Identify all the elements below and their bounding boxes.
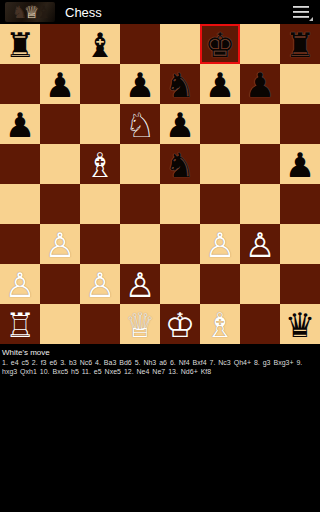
square-g8[interactable] — [240, 24, 280, 64]
square-c2[interactable]: ♙ — [80, 264, 120, 304]
piece-black-rook: ♜ — [280, 24, 320, 64]
square-b4[interactable] — [40, 184, 80, 224]
square-h1[interactable]: ♛ — [280, 304, 320, 344]
square-d7[interactable]: ♟ — [120, 64, 160, 104]
piece-white-king: ♔ — [160, 304, 200, 344]
status-area: White's move 1. e4 c5 2. f3 e6 3. b3 Nc6… — [0, 344, 320, 376]
square-h6[interactable] — [280, 104, 320, 144]
chess-board: ♜♝♚♜♟♟♞♟♟♟♘♟♗♞♟♙♙♙♙♙♙♖♕♔♗♛ — [0, 24, 320, 344]
square-a4[interactable] — [0, 184, 40, 224]
square-d2[interactable]: ♙ — [120, 264, 160, 304]
knight-icon: ♞ — [12, 2, 24, 22]
piece-black-pawn: ♟ — [240, 64, 280, 104]
square-g4[interactable] — [240, 184, 280, 224]
piece-white-pawn: ♙ — [40, 224, 80, 264]
square-a1[interactable]: ♖ — [0, 304, 40, 344]
square-e8[interactable] — [160, 24, 200, 64]
piece-black-pawn: ♟ — [160, 104, 200, 144]
square-b3[interactable]: ♙ — [40, 224, 80, 264]
menu-icon[interactable] — [291, 3, 313, 21]
piece-black-knight: ♞ — [160, 144, 200, 184]
square-f6[interactable] — [200, 104, 240, 144]
square-h7[interactable] — [280, 64, 320, 104]
square-c4[interactable] — [80, 184, 120, 224]
square-d6[interactable]: ♘ — [120, 104, 160, 144]
square-a6[interactable]: ♟ — [0, 104, 40, 144]
square-e5[interactable]: ♞ — [160, 144, 200, 184]
square-c8[interactable]: ♝ — [80, 24, 120, 64]
piece-white-bishop: ♗ — [80, 144, 120, 184]
square-a2[interactable]: ♙ — [0, 264, 40, 304]
square-f5[interactable] — [200, 144, 240, 184]
square-b1[interactable] — [40, 304, 80, 344]
move-list: 1. e4 c5 2. f3 e6 3. b3 Nc6 4. Ba3 Bd6 5… — [2, 358, 318, 376]
square-c1[interactable] — [80, 304, 120, 344]
square-c3[interactable] — [80, 224, 120, 264]
square-f2[interactable] — [200, 264, 240, 304]
piece-black-pawn: ♟ — [40, 64, 80, 104]
square-c7[interactable] — [80, 64, 120, 104]
square-b5[interactable] — [40, 144, 80, 184]
square-c6[interactable] — [80, 104, 120, 144]
square-h2[interactable] — [280, 264, 320, 304]
piece-black-king: ♚ — [200, 24, 240, 64]
square-e7[interactable]: ♞ — [160, 64, 200, 104]
app-icon: ♞♕♝ — [5, 2, 55, 22]
piece-black-pawn: ♟ — [120, 64, 160, 104]
piece-black-pawn: ♟ — [0, 104, 40, 144]
turn-indicator: White's move — [2, 348, 318, 357]
piece-white-bishop: ♗ — [200, 304, 240, 344]
square-f3[interactable]: ♙ — [200, 224, 240, 264]
piece-white-pawn: ♙ — [120, 264, 160, 304]
square-a8[interactable]: ♜ — [0, 24, 40, 64]
square-g2[interactable] — [240, 264, 280, 304]
square-g5[interactable] — [240, 144, 280, 184]
square-f1[interactable]: ♗ — [200, 304, 240, 344]
square-a5[interactable] — [0, 144, 40, 184]
piece-white-pawn: ♙ — [240, 224, 280, 264]
square-f8[interactable]: ♚ — [200, 24, 240, 64]
square-g7[interactable]: ♟ — [240, 64, 280, 104]
square-b8[interactable] — [40, 24, 80, 64]
square-e6[interactable]: ♟ — [160, 104, 200, 144]
square-e4[interactable] — [160, 184, 200, 224]
page-title: Chess — [65, 5, 291, 20]
piece-white-rook: ♖ — [0, 304, 40, 344]
square-e2[interactable] — [160, 264, 200, 304]
piece-black-rook: ♜ — [0, 24, 40, 64]
square-g1[interactable] — [240, 304, 280, 344]
bishop-icon: ♝ — [36, 2, 48, 22]
square-h5[interactable]: ♟ — [280, 144, 320, 184]
square-h3[interactable] — [280, 224, 320, 264]
square-d1[interactable]: ♕ — [120, 304, 160, 344]
square-b7[interactable]: ♟ — [40, 64, 80, 104]
piece-white-pawn: ♙ — [200, 224, 240, 264]
piece-white-knight: ♘ — [120, 104, 160, 144]
piece-black-knight: ♞ — [160, 64, 200, 104]
square-e1[interactable]: ♔ — [160, 304, 200, 344]
queen-icon: ♕ — [24, 2, 36, 22]
app-bar: ♞♕♝ Chess — [0, 0, 320, 24]
piece-white-queen: ♕ — [120, 304, 160, 344]
piece-white-pawn: ♙ — [0, 264, 40, 304]
square-c5[interactable]: ♗ — [80, 144, 120, 184]
square-g6[interactable] — [240, 104, 280, 144]
square-a3[interactable] — [0, 224, 40, 264]
square-a7[interactable] — [0, 64, 40, 104]
square-h8[interactable]: ♜ — [280, 24, 320, 64]
piece-black-pawn: ♟ — [200, 64, 240, 104]
piece-black-queen: ♛ — [280, 304, 320, 344]
square-f7[interactable]: ♟ — [200, 64, 240, 104]
piece-black-pawn: ♟ — [280, 144, 320, 184]
piece-black-bishop: ♝ — [80, 24, 120, 64]
square-g3[interactable]: ♙ — [240, 224, 280, 264]
square-h4[interactable] — [280, 184, 320, 224]
square-d4[interactable] — [120, 184, 160, 224]
square-d8[interactable] — [120, 24, 160, 64]
piece-white-pawn: ♙ — [80, 264, 120, 304]
square-e3[interactable] — [160, 224, 200, 264]
square-d3[interactable] — [120, 224, 160, 264]
square-f4[interactable] — [200, 184, 240, 224]
square-b6[interactable] — [40, 104, 80, 144]
square-d5[interactable] — [120, 144, 160, 184]
square-b2[interactable] — [40, 264, 80, 304]
